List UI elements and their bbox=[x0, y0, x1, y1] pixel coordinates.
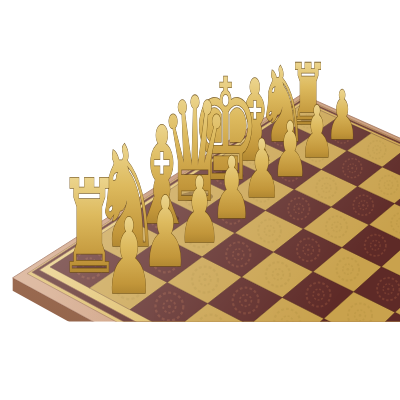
square-a7[interactable] bbox=[303, 370, 381, 400]
rosette-motif bbox=[391, 325, 400, 349]
square-a5[interactable] bbox=[214, 325, 292, 378]
chess-set-photo: ♜♟♞♟♝♟♚♟♛♟♝♟♞♟♜♟ bbox=[0, 0, 400, 400]
square-a8[interactable] bbox=[349, 393, 400, 400]
rosette-motif bbox=[361, 353, 387, 379]
rosette-motif bbox=[317, 331, 343, 357]
square-b8[interactable] bbox=[381, 362, 400, 400]
rosette-motif bbox=[283, 360, 311, 388]
square-a6[interactable] bbox=[258, 347, 336, 400]
rosette-motif bbox=[240, 337, 268, 365]
rosette-motif bbox=[328, 384, 356, 400]
chess-board-render: ♜♟♞♟♝♟♚♟♛♟♝♟♞♟♜♟ bbox=[0, 0, 400, 400]
piece-gold-pawn-a2[interactable]: ♟ bbox=[104, 195, 154, 317]
square-b6[interactable] bbox=[292, 319, 367, 370]
square-b7[interactable] bbox=[336, 340, 400, 393]
